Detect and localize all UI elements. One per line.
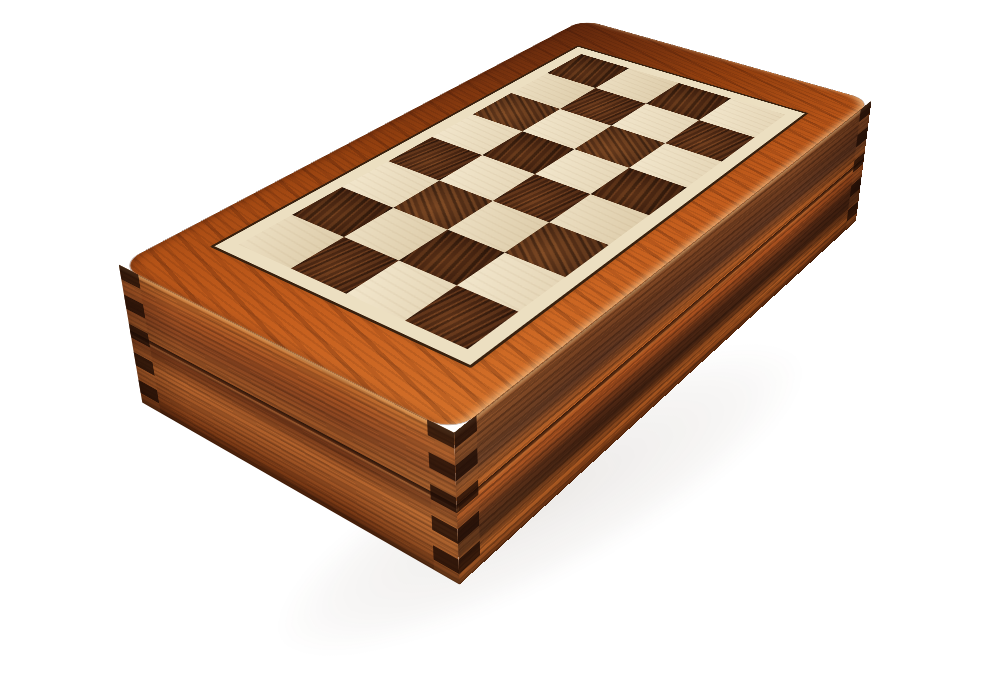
board-square [535, 149, 629, 194]
board-square [439, 155, 535, 201]
board-square [393, 181, 492, 230]
board-square [549, 194, 649, 245]
finger-joints-near-corner-long [454, 415, 480, 585]
board-square [505, 222, 609, 277]
board-square [239, 215, 344, 269]
board-square [399, 230, 505, 286]
finger-joints-west-corner [119, 265, 161, 413]
board-square [493, 174, 591, 222]
board-square [346, 260, 456, 320]
board-square [342, 161, 439, 208]
product-photo-scene [0, 0, 1000, 700]
board-square [344, 208, 447, 261]
finger-joints-east-corner [846, 101, 872, 230]
board-square [457, 253, 565, 312]
board-square [291, 237, 399, 294]
board-square [448, 201, 550, 253]
board-square [591, 168, 687, 215]
board-square [405, 285, 518, 349]
board-square [292, 187, 393, 237]
